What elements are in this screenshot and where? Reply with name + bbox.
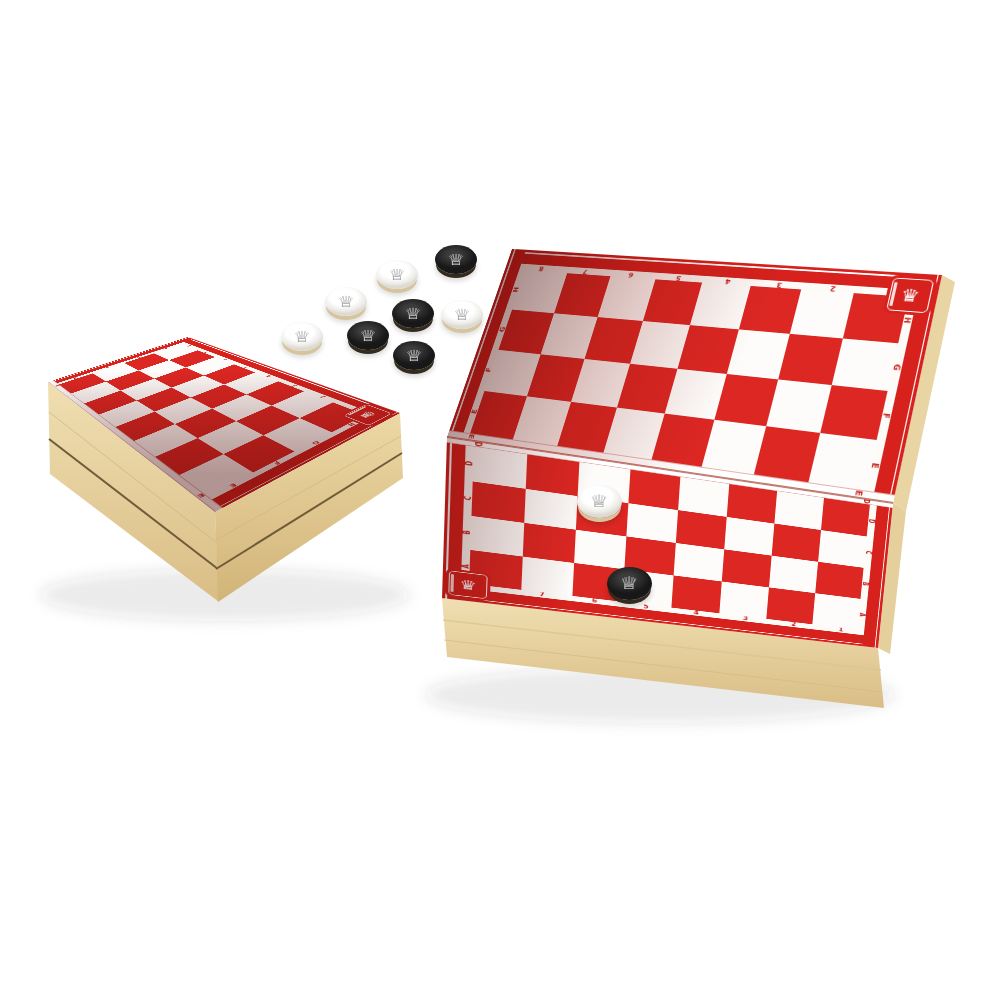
fold-rank-label-left: E bbox=[467, 434, 476, 440]
crown-icon: ♛ bbox=[459, 577, 477, 592]
crown-icon: ♕ bbox=[359, 327, 376, 343]
crown-icon: ♕ bbox=[337, 293, 354, 309]
crown-icon: ♕ bbox=[405, 347, 422, 363]
loose-checker-white-5: ♕ bbox=[441, 300, 483, 329]
square-3A bbox=[719, 581, 769, 618]
loose-checker-black-4: ♕ bbox=[392, 299, 434, 328]
brand-logo-text-mark bbox=[450, 574, 454, 592]
loose-checker-white-7: ♕ bbox=[281, 322, 323, 351]
loose-checker-white-2: ♕ bbox=[376, 260, 418, 289]
brand-logo-bl: ♛ bbox=[445, 568, 491, 601]
crown-icon: ♕ bbox=[293, 328, 310, 344]
square-7A bbox=[521, 557, 574, 596]
square-1G bbox=[832, 338, 899, 391]
crown-icon: ♕ bbox=[590, 492, 609, 509]
square-1A bbox=[812, 593, 860, 629]
square-1E bbox=[808, 433, 876, 490]
square-4A bbox=[671, 575, 721, 613]
crown-icon: ♛ bbox=[899, 286, 921, 305]
loose-checker-black-6: ♕ bbox=[347, 321, 389, 350]
crown-icon: ♕ bbox=[447, 251, 464, 267]
square-1F bbox=[820, 385, 887, 440]
brand-logo-tr: ♛ bbox=[882, 275, 938, 317]
loose-checker-black-8: ♕ bbox=[393, 341, 435, 370]
crown-icon: ♕ bbox=[404, 305, 421, 321]
white-king-checker-on-square-6C: ♕ bbox=[577, 485, 622, 518]
black-king-checker-on-square-4A: ♕ bbox=[607, 567, 652, 600]
square-2A bbox=[766, 587, 815, 624]
crown-icon: ♕ bbox=[388, 266, 405, 282]
loose-checker-white-3: ♕ bbox=[325, 287, 367, 316]
product-photo-scene: 87654321HGFEHGFEEE♛ 87654321DCBADCBADD♛ … bbox=[0, 0, 1000, 1000]
crown-icon: ♕ bbox=[453, 306, 470, 322]
loose-checker-black-1: ♕ bbox=[435, 245, 477, 274]
crown-icon: ♕ bbox=[620, 574, 639, 591]
